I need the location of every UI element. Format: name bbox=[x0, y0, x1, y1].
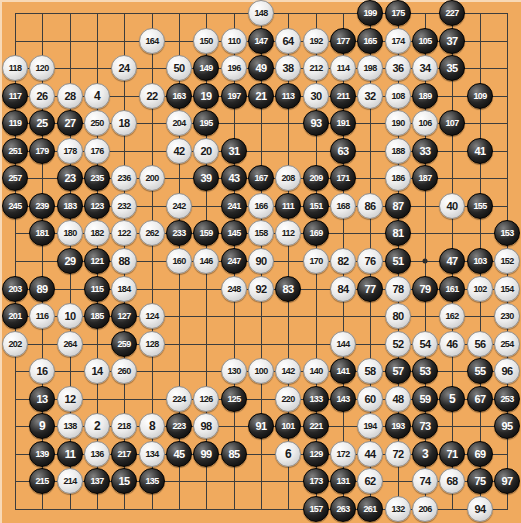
go-stone-white-190: 190 bbox=[385, 110, 411, 136]
go-stone-black-171: 171 bbox=[330, 165, 356, 191]
go-stone-black-117: 117 bbox=[2, 83, 28, 109]
go-stone-white-236: 236 bbox=[111, 165, 137, 191]
go-stone-white-196: 196 bbox=[221, 55, 247, 81]
go-stone-black-251: 251 bbox=[2, 138, 28, 164]
go-stone-white-86: 86 bbox=[357, 193, 383, 219]
go-stone-black-259: 259 bbox=[111, 331, 137, 357]
go-stone-white-264: 264 bbox=[57, 331, 83, 357]
go-stone-black-41: 41 bbox=[467, 138, 493, 164]
go-stone-black-241: 241 bbox=[221, 193, 247, 219]
go-stone-black-85: 85 bbox=[221, 441, 247, 467]
go-stone-white-168: 168 bbox=[330, 193, 356, 219]
go-stone-black-109: 109 bbox=[467, 83, 493, 109]
go-stone-black-3: 3 bbox=[412, 441, 438, 467]
go-stone-black-19: 19 bbox=[193, 83, 219, 109]
go-stone-white-182: 182 bbox=[84, 220, 110, 246]
go-stone-black-113: 113 bbox=[275, 83, 301, 109]
go-stone-white-126: 126 bbox=[193, 386, 219, 412]
go-stone-black-119: 119 bbox=[2, 110, 28, 136]
go-stone-black-153: 153 bbox=[494, 220, 520, 246]
go-stone-white-64: 64 bbox=[275, 28, 301, 54]
go-stone-black-101: 101 bbox=[275, 413, 301, 439]
go-stone-black-83: 83 bbox=[275, 276, 301, 302]
go-stone-black-123: 123 bbox=[84, 193, 110, 219]
go-stone-white-172: 172 bbox=[330, 441, 356, 467]
go-stone-black-203: 203 bbox=[2, 276, 28, 302]
go-stone-white-254: 254 bbox=[494, 331, 520, 357]
go-stone-white-28: 28 bbox=[57, 83, 83, 109]
go-stone-white-140: 140 bbox=[303, 358, 329, 384]
go-stone-white-164: 164 bbox=[139, 28, 165, 54]
go-stone-black-11: 11 bbox=[57, 441, 83, 467]
go-stone-white-214: 214 bbox=[57, 468, 83, 494]
go-stone-black-145: 145 bbox=[221, 220, 247, 246]
go-stone-white-100: 100 bbox=[248, 358, 274, 384]
go-stone-black-193: 193 bbox=[385, 413, 411, 439]
go-stone-white-178: 178 bbox=[57, 138, 83, 164]
go-stone-white-24: 24 bbox=[111, 55, 137, 81]
go-stone-black-263: 263 bbox=[330, 496, 356, 522]
go-stone-black-29: 29 bbox=[57, 248, 83, 274]
hoshi-point bbox=[423, 259, 428, 264]
go-stone-black-103: 103 bbox=[467, 248, 493, 274]
go-stone-white-188: 188 bbox=[385, 138, 411, 164]
go-stone-black-133: 133 bbox=[303, 386, 329, 412]
go-stone-white-122: 122 bbox=[111, 220, 137, 246]
go-stone-black-67: 67 bbox=[467, 386, 493, 412]
go-stone-white-78: 78 bbox=[385, 276, 411, 302]
go-stone-white-110: 110 bbox=[221, 28, 247, 54]
go-stone-black-217: 217 bbox=[111, 441, 137, 467]
go-stone-white-94: 94 bbox=[467, 496, 493, 522]
go-stone-white-96: 96 bbox=[494, 358, 520, 384]
go-stone-white-112: 112 bbox=[275, 220, 301, 246]
go-stone-white-48: 48 bbox=[385, 386, 411, 412]
go-stone-black-201: 201 bbox=[2, 303, 28, 329]
go-stone-black-157: 157 bbox=[303, 496, 329, 522]
go-stone-black-91: 91 bbox=[248, 413, 274, 439]
go-stone-black-155: 155 bbox=[467, 193, 493, 219]
go-stone-white-102: 102 bbox=[467, 276, 493, 302]
go-stone-black-147: 147 bbox=[248, 28, 274, 54]
go-stone-white-134: 134 bbox=[139, 441, 165, 467]
go-stone-white-26: 26 bbox=[29, 83, 55, 109]
go-stone-black-9: 9 bbox=[29, 413, 55, 439]
go-stone-black-27: 27 bbox=[57, 110, 83, 136]
go-stone-white-52: 52 bbox=[385, 331, 411, 357]
go-stone-white-150: 150 bbox=[193, 28, 219, 54]
go-stone-white-248: 248 bbox=[221, 276, 247, 302]
go-stone-white-38: 38 bbox=[275, 55, 301, 81]
go-stone-white-40: 40 bbox=[439, 193, 465, 219]
go-stone-black-73: 73 bbox=[412, 413, 438, 439]
go-stone-black-183: 183 bbox=[57, 193, 83, 219]
go-stone-white-162: 162 bbox=[439, 303, 465, 329]
go-stone-black-195: 195 bbox=[193, 110, 219, 136]
go-stone-black-191: 191 bbox=[330, 110, 356, 136]
go-stone-white-118: 118 bbox=[2, 55, 28, 81]
go-stone-black-199: 199 bbox=[357, 0, 383, 26]
go-stone-white-206: 206 bbox=[412, 496, 438, 522]
go-stone-white-92: 92 bbox=[248, 276, 274, 302]
go-stone-white-166: 166 bbox=[248, 193, 274, 219]
go-stone-white-124: 124 bbox=[139, 303, 165, 329]
go-stone-black-209: 209 bbox=[303, 165, 329, 191]
go-stone-white-138: 138 bbox=[57, 413, 83, 439]
go-stone-white-60: 60 bbox=[357, 386, 383, 412]
go-stone-black-125: 125 bbox=[221, 386, 247, 412]
go-stone-white-250: 250 bbox=[84, 110, 110, 136]
go-stone-black-175: 175 bbox=[385, 0, 411, 26]
go-stone-white-54: 54 bbox=[412, 331, 438, 357]
go-stone-white-212: 212 bbox=[303, 55, 329, 81]
go-stone-black-95: 95 bbox=[494, 413, 520, 439]
go-stone-white-84: 84 bbox=[330, 276, 356, 302]
go-stone-black-167: 167 bbox=[248, 165, 274, 191]
go-stone-white-44: 44 bbox=[357, 441, 383, 467]
go-stone-black-177: 177 bbox=[330, 28, 356, 54]
go-stone-black-25: 25 bbox=[29, 110, 55, 136]
go-stone-white-218: 218 bbox=[111, 413, 137, 439]
go-stone-black-197: 197 bbox=[221, 83, 247, 109]
go-stone-white-72: 72 bbox=[385, 441, 411, 467]
go-stone-white-158: 158 bbox=[248, 220, 274, 246]
go-stone-white-136: 136 bbox=[84, 441, 110, 467]
go-stone-white-160: 160 bbox=[166, 248, 192, 274]
go-stone-white-12: 12 bbox=[57, 386, 83, 412]
go-stone-black-39: 39 bbox=[193, 165, 219, 191]
go-stone-black-47: 47 bbox=[439, 248, 465, 274]
go-stone-white-242: 242 bbox=[166, 193, 192, 219]
go-stone-black-159: 159 bbox=[193, 220, 219, 246]
go-stone-white-170: 170 bbox=[303, 248, 329, 274]
go-stone-white-30: 30 bbox=[303, 83, 329, 109]
go-stone-black-247: 247 bbox=[221, 248, 247, 274]
go-stone-black-23: 23 bbox=[57, 165, 83, 191]
go-stone-black-21: 21 bbox=[248, 83, 274, 109]
go-stone-black-59: 59 bbox=[412, 386, 438, 412]
go-stone-black-169: 169 bbox=[303, 220, 329, 246]
go-stone-black-93: 93 bbox=[303, 110, 329, 136]
go-stone-black-181: 181 bbox=[29, 220, 55, 246]
go-stone-white-220: 220 bbox=[275, 386, 301, 412]
go-stone-white-108: 108 bbox=[385, 83, 411, 109]
go-stone-white-116: 116 bbox=[29, 303, 55, 329]
go-stone-black-189: 189 bbox=[412, 83, 438, 109]
go-stone-black-31: 31 bbox=[221, 138, 247, 164]
go-stone-black-165: 165 bbox=[357, 28, 383, 54]
go-stone-black-89: 89 bbox=[29, 276, 55, 302]
go-stone-black-63: 63 bbox=[330, 138, 356, 164]
go-stone-black-53: 53 bbox=[412, 358, 438, 384]
go-stone-black-45: 45 bbox=[166, 441, 192, 467]
go-stone-white-114: 114 bbox=[330, 55, 356, 81]
go-stone-black-43: 43 bbox=[221, 165, 247, 191]
go-stone-white-174: 174 bbox=[385, 28, 411, 54]
go-stone-black-77: 77 bbox=[357, 276, 383, 302]
go-stone-black-87: 87 bbox=[385, 193, 411, 219]
go-stone-white-4: 4 bbox=[84, 83, 110, 109]
go-stone-black-149: 149 bbox=[193, 55, 219, 81]
go-stone-white-198: 198 bbox=[357, 55, 383, 81]
go-stone-black-15: 15 bbox=[111, 468, 137, 494]
go-stone-white-224: 224 bbox=[166, 386, 192, 412]
go-stone-black-211: 211 bbox=[330, 83, 356, 109]
go-stone-white-82: 82 bbox=[330, 248, 356, 274]
go-stone-black-179: 179 bbox=[29, 138, 55, 164]
go-stone-black-51: 51 bbox=[385, 248, 411, 274]
go-stone-white-46: 46 bbox=[439, 331, 465, 357]
go-stone-black-57: 57 bbox=[385, 358, 411, 384]
go-stone-black-141: 141 bbox=[330, 358, 356, 384]
go-stone-black-253: 253 bbox=[494, 386, 520, 412]
go-stone-white-6: 6 bbox=[275, 441, 301, 467]
go-stone-white-260: 260 bbox=[111, 358, 137, 384]
go-stone-white-18: 18 bbox=[111, 110, 137, 136]
go-stone-white-230: 230 bbox=[494, 303, 520, 329]
go-stone-black-13: 13 bbox=[29, 386, 55, 412]
go-stone-white-74: 74 bbox=[412, 468, 438, 494]
go-stone-white-14: 14 bbox=[84, 358, 110, 384]
go-stone-white-184: 184 bbox=[111, 276, 137, 302]
go-stone-black-105: 105 bbox=[412, 28, 438, 54]
go-stone-white-148: 148 bbox=[248, 0, 274, 26]
go-stone-white-146: 146 bbox=[193, 248, 219, 274]
go-stone-white-152: 152 bbox=[494, 248, 520, 274]
go-stone-white-154: 154 bbox=[494, 276, 520, 302]
go-stone-black-223: 223 bbox=[166, 413, 192, 439]
go-stone-white-202: 202 bbox=[2, 331, 28, 357]
go-stone-black-127: 127 bbox=[111, 303, 137, 329]
go-stone-white-68: 68 bbox=[439, 468, 465, 494]
go-stone-white-130: 130 bbox=[221, 358, 247, 384]
go-stone-black-69: 69 bbox=[467, 441, 493, 467]
go-stone-white-56: 56 bbox=[467, 331, 493, 357]
go-stone-black-173: 173 bbox=[303, 468, 329, 494]
go-stone-black-131: 131 bbox=[330, 468, 356, 494]
go-stone-black-261: 261 bbox=[357, 496, 383, 522]
go-stone-black-227: 227 bbox=[439, 0, 465, 26]
go-stone-black-111: 111 bbox=[275, 193, 301, 219]
go-stone-black-79: 79 bbox=[412, 276, 438, 302]
go-stone-white-204: 204 bbox=[166, 110, 192, 136]
go-stone-black-37: 37 bbox=[439, 28, 465, 54]
go-stone-white-194: 194 bbox=[357, 413, 383, 439]
go-stone-white-42: 42 bbox=[166, 138, 192, 164]
go-stone-white-144: 144 bbox=[330, 331, 356, 357]
go-stone-black-97: 97 bbox=[494, 468, 520, 494]
go-stone-white-58: 58 bbox=[357, 358, 383, 384]
go-stone-white-208: 208 bbox=[275, 165, 301, 191]
go-stone-white-50: 50 bbox=[166, 55, 192, 81]
go-stone-black-233: 233 bbox=[166, 220, 192, 246]
go-stone-black-239: 239 bbox=[29, 193, 55, 219]
go-stone-black-71: 71 bbox=[439, 441, 465, 467]
go-stone-black-161: 161 bbox=[439, 276, 465, 302]
go-stone-black-221: 221 bbox=[303, 413, 329, 439]
go-stone-white-200: 200 bbox=[139, 165, 165, 191]
go-stone-black-139: 139 bbox=[29, 441, 55, 467]
go-stone-black-33: 33 bbox=[412, 138, 438, 164]
go-stone-white-32: 32 bbox=[357, 83, 383, 109]
go-board: 1481991752271641501101476419217716517410… bbox=[0, 0, 521, 523]
go-stone-black-35: 35 bbox=[439, 55, 465, 81]
go-stone-black-245: 245 bbox=[2, 193, 28, 219]
go-stone-white-2: 2 bbox=[84, 413, 110, 439]
go-stone-black-235: 235 bbox=[84, 165, 110, 191]
go-stone-black-143: 143 bbox=[330, 386, 356, 412]
go-stone-white-88: 88 bbox=[111, 248, 137, 274]
go-stone-black-187: 187 bbox=[412, 165, 438, 191]
go-stone-black-49: 49 bbox=[248, 55, 274, 81]
go-stone-white-10: 10 bbox=[57, 303, 83, 329]
go-stone-black-137: 137 bbox=[84, 468, 110, 494]
go-stone-white-36: 36 bbox=[385, 55, 411, 81]
go-stone-white-76: 76 bbox=[357, 248, 383, 274]
go-stone-white-192: 192 bbox=[303, 28, 329, 54]
go-stone-white-132: 132 bbox=[385, 496, 411, 522]
go-stone-white-22: 22 bbox=[139, 83, 165, 109]
go-stone-white-8: 8 bbox=[139, 413, 165, 439]
go-stone-black-75: 75 bbox=[467, 468, 493, 494]
go-stone-black-121: 121 bbox=[84, 248, 110, 274]
go-stone-black-135: 135 bbox=[139, 468, 165, 494]
go-stone-white-176: 176 bbox=[84, 138, 110, 164]
go-stone-black-5: 5 bbox=[439, 386, 465, 412]
go-stone-white-16: 16 bbox=[29, 358, 55, 384]
go-stone-black-55: 55 bbox=[467, 358, 493, 384]
go-stone-black-185: 185 bbox=[84, 303, 110, 329]
go-stone-black-107: 107 bbox=[439, 110, 465, 136]
go-stone-black-257: 257 bbox=[2, 165, 28, 191]
go-stone-white-180: 180 bbox=[57, 220, 83, 246]
go-stone-white-20: 20 bbox=[193, 138, 219, 164]
go-stone-white-90: 90 bbox=[248, 248, 274, 274]
go-stone-white-128: 128 bbox=[139, 331, 165, 357]
go-stone-white-262: 262 bbox=[139, 220, 165, 246]
go-stone-black-115: 115 bbox=[84, 276, 110, 302]
go-stone-white-106: 106 bbox=[412, 110, 438, 136]
go-stone-white-142: 142 bbox=[275, 358, 301, 384]
go-stone-white-34: 34 bbox=[412, 55, 438, 81]
go-stone-black-99: 99 bbox=[193, 441, 219, 467]
go-stone-black-163: 163 bbox=[166, 83, 192, 109]
go-stone-black-129: 129 bbox=[303, 441, 329, 467]
go-stone-black-81: 81 bbox=[385, 220, 411, 246]
go-stone-white-80: 80 bbox=[385, 303, 411, 329]
go-stone-black-215: 215 bbox=[29, 468, 55, 494]
go-stone-white-120: 120 bbox=[29, 55, 55, 81]
go-stone-white-98: 98 bbox=[193, 413, 219, 439]
go-stone-black-151: 151 bbox=[303, 193, 329, 219]
go-stone-white-186: 186 bbox=[385, 165, 411, 191]
go-stone-white-232: 232 bbox=[111, 193, 137, 219]
go-stone-white-62: 62 bbox=[357, 468, 383, 494]
